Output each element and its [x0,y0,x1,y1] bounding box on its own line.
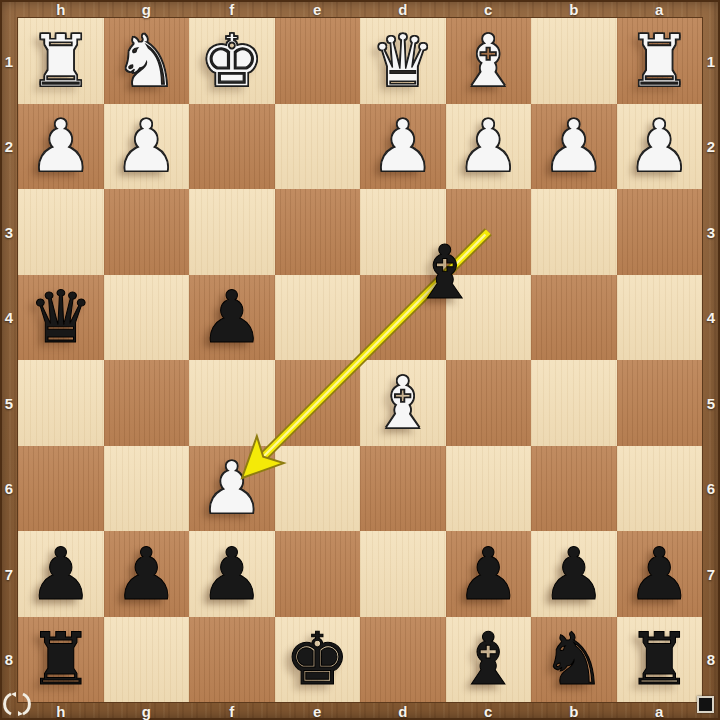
file-label-bottom-e: e [313,704,321,719]
file-label-top-f: f [229,2,234,17]
piece-white-pawn[interactable]: ♟ [541,110,606,182]
file-label-top-e: e [313,2,321,17]
piece-black-king[interactable]: ♚ [285,623,350,695]
file-label-bottom-c: c [484,704,492,719]
square-g2[interactable]: ♟ [104,104,190,190]
piece-black-pawn[interactable]: ♟ [456,538,521,610]
piece-black-rook[interactable]: ♜ [627,623,692,695]
square-b3[interactable] [531,189,617,275]
square-d5[interactable]: ♝ [360,360,446,446]
square-c2[interactable]: ♟ [446,104,532,190]
rank-label-right-4: 4 [707,310,715,325]
piece-white-bishop[interactable]: ♝ [456,25,521,97]
square-d6[interactable] [360,446,446,532]
square-a8[interactable]: ♜ [617,617,703,703]
square-c7[interactable]: ♟ [446,531,532,617]
board-frame: ♜♞♚♛♝♜♟♟♟♟♟♟♛♟♝♟♟♟♟♟♟♟♜♚♝♞♜ hhggffeeddcc… [0,0,720,720]
file-label-top-a: a [655,2,663,17]
square-h3[interactable] [18,189,104,275]
chess-app: ♜♞♚♛♝♜♟♟♟♟♟♟♛♟♝♟♟♟♟♟♟♟♜♚♝♞♜ hhggffeeddcc… [0,0,720,720]
piece-white-pawn[interactable]: ♟ [370,110,435,182]
file-label-bottom-a: a [655,704,663,719]
square-a4[interactable] [617,275,703,361]
square-g8[interactable] [104,617,190,703]
rank-label-right-1: 1 [707,53,715,68]
square-f4[interactable]: ♟ [189,275,275,361]
square-c8[interactable]: ♝ [446,617,532,703]
file-label-bottom-h: h [56,704,65,719]
piece-white-bishop[interactable]: ♝ [370,367,435,439]
piece-white-pawn[interactable]: ♟ [199,452,264,524]
piece-black-pawn[interactable]: ♟ [627,538,692,610]
rank-label-right-7: 7 [707,566,715,581]
rank-label-right-6: 6 [707,481,715,496]
piece-black-bishop[interactable]: ♝ [456,623,521,695]
piece-black-knight[interactable]: ♞ [541,623,606,695]
piece-white-pawn[interactable]: ♟ [114,110,179,182]
square-g5[interactable] [104,360,190,446]
square-b4[interactable] [531,275,617,361]
rank-label-left-7: 7 [5,566,13,581]
square-b7[interactable]: ♟ [531,531,617,617]
square-h1[interactable]: ♜ [18,18,104,104]
square-d8[interactable] [360,617,446,703]
square-b5[interactable] [531,360,617,446]
square-a7[interactable]: ♟ [617,531,703,617]
piece-white-queen[interactable]: ♛ [370,25,435,97]
square-b6[interactable] [531,446,617,532]
square-d7[interactable] [360,531,446,617]
file-label-top-h: h [56,2,65,17]
square-a1[interactable]: ♜ [617,18,703,104]
square-h7[interactable]: ♟ [18,531,104,617]
square-f8[interactable] [189,617,275,703]
piece-white-rook[interactable]: ♜ [28,25,93,97]
piece-white-pawn[interactable]: ♟ [28,110,93,182]
piece-white-pawn[interactable]: ♟ [456,110,521,182]
file-label-top-d: d [398,2,407,17]
rank-label-left-4: 4 [5,310,13,325]
square-h4[interactable]: ♛ [18,275,104,361]
board-grid: ♜♞♚♛♝♜♟♟♟♟♟♟♛♟♝♟♟♟♟♟♟♟♜♚♝♞♜ [18,18,702,702]
file-label-bottom-b: b [569,704,578,719]
square-e6[interactable] [275,446,361,532]
piece-white-king[interactable]: ♚ [199,25,264,97]
square-f5[interactable] [189,360,275,446]
piece-white-rook[interactable]: ♜ [627,25,692,97]
file-label-bottom-d: d [398,704,407,719]
square-d1[interactable]: ♛ [360,18,446,104]
rank-label-right-3: 3 [707,224,715,239]
rank-label-left-8: 8 [5,652,13,667]
square-f2[interactable] [189,104,275,190]
square-f1[interactable]: ♚ [189,18,275,104]
file-label-bottom-g: g [142,704,151,719]
piece-black-rook[interactable]: ♜ [28,623,93,695]
square-f6[interactable]: ♟ [189,446,275,532]
square-g3[interactable] [104,189,190,275]
file-label-top-g: g [142,2,151,17]
square-g4[interactable] [104,275,190,361]
square-e4[interactable] [275,275,361,361]
square-h6[interactable] [18,446,104,532]
square-c6[interactable] [446,446,532,532]
rank-label-left-1: 1 [5,53,13,68]
rank-label-left-5: 5 [5,395,13,410]
file-label-bottom-f: f [229,704,234,719]
piece-black-pawn[interactable]: ♟ [541,538,606,610]
square-h5[interactable] [18,360,104,446]
piece-black-pawn[interactable]: ♟ [199,538,264,610]
square-a6[interactable] [617,446,703,532]
rank-label-right-2: 2 [707,139,715,154]
square-c5[interactable] [446,360,532,446]
square-e1[interactable] [275,18,361,104]
square-b8[interactable]: ♞ [531,617,617,703]
piece-white-pawn[interactable]: ♟ [627,110,692,182]
square-e8[interactable]: ♚ [275,617,361,703]
rank-label-left-2: 2 [5,139,13,154]
square-d2[interactable]: ♟ [360,104,446,190]
square-c1[interactable]: ♝ [446,18,532,104]
square-a5[interactable] [617,360,703,446]
square-f7[interactable]: ♟ [189,531,275,617]
piece-black-pawn[interactable]: ♟ [114,538,179,610]
square-e3[interactable] [275,189,361,275]
rank-label-right-5: 5 [707,395,715,410]
square-b2[interactable]: ♟ [531,104,617,190]
square-b1[interactable] [531,18,617,104]
piece-black-queen[interactable]: ♛ [28,281,93,353]
square-a3[interactable] [617,189,703,275]
square-e5[interactable] [275,360,361,446]
square-e7[interactable] [275,531,361,617]
piece-white-knight[interactable]: ♞ [114,25,179,97]
turn-indicator-black-to-move [697,696,714,713]
square-a2[interactable]: ♟ [617,104,703,190]
square-h2[interactable]: ♟ [18,104,104,190]
rank-label-right-8: 8 [707,652,715,667]
moving-piece-black-bishop[interactable]: ♝ [411,235,477,309]
square-f3[interactable] [189,189,275,275]
square-g7[interactable]: ♟ [104,531,190,617]
file-label-top-c: c [484,2,492,17]
square-g1[interactable]: ♞ [104,18,190,104]
flip-board-icon[interactable] [3,690,31,718]
square-e2[interactable] [275,104,361,190]
piece-black-pawn[interactable]: ♟ [28,538,93,610]
rank-label-left-6: 6 [5,481,13,496]
square-g6[interactable] [104,446,190,532]
rank-label-left-3: 3 [5,224,13,239]
file-label-top-b: b [569,2,578,17]
piece-black-pawn[interactable]: ♟ [199,281,264,353]
